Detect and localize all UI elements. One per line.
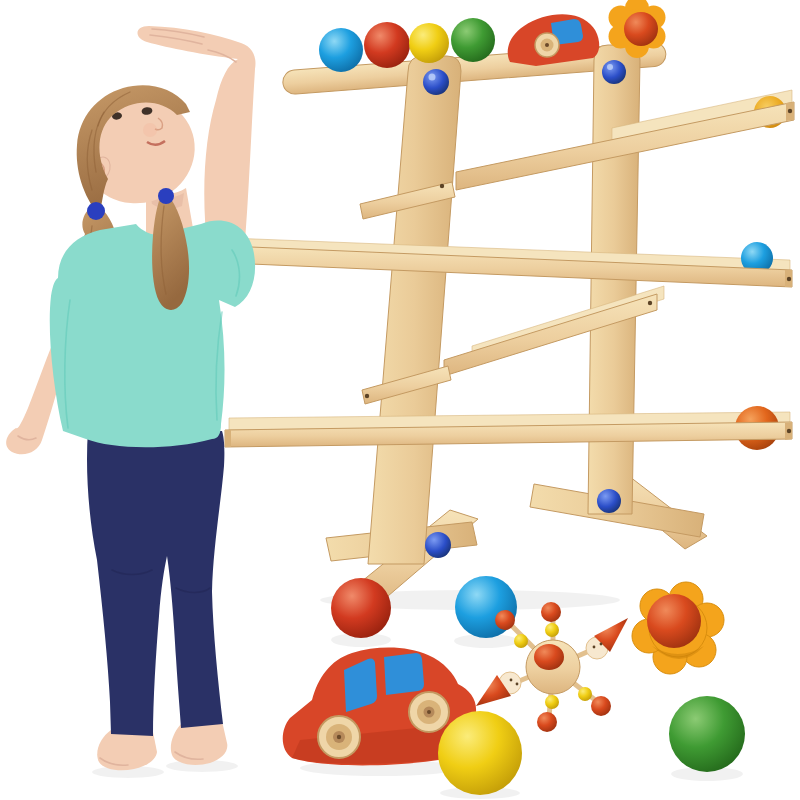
peg-highlight [429,74,436,81]
peg-top-front [423,69,449,95]
car-rear-wheel [409,692,449,732]
product-image [0,0,800,800]
floor-toys [283,576,745,799]
doll-eye [516,683,519,686]
doll-eye [593,646,596,649]
peg-doll-right [586,618,628,659]
screw-icon [648,301,652,305]
screw-icon [788,109,792,113]
screw-icon [365,394,369,398]
screw-icon [787,277,791,281]
cheek [143,123,157,137]
left-foot [97,730,157,770]
floor-green-ball [669,696,745,772]
spinner-bead [545,695,559,709]
top-yellow-ball [409,23,449,63]
leggings [87,430,224,736]
spinner-cone [534,644,564,670]
spinner-red-ball [541,602,561,622]
spinner-red-ball [537,712,557,732]
right-foot [171,721,228,765]
hair-tie [158,188,174,204]
floor-yellow-ball [438,711,522,795]
star-ball [647,594,701,648]
front-post [368,56,461,564]
top-red-car [508,14,600,66]
spinner-bead [545,623,559,637]
peg-top-rear [602,60,626,84]
top-blue-ball [319,28,363,72]
photo-svg [0,0,800,800]
peg-bottom-front [425,532,451,558]
screw-icon [787,429,791,433]
floor-red-ball [331,578,391,638]
spinner-bead [578,687,592,701]
floor-star [632,582,724,674]
top-red-ball [364,22,410,68]
peg-bottom-rear [597,489,621,513]
spinner-red-ball [591,696,611,716]
child [6,26,255,778]
peg-doll-left [476,672,521,706]
screw-icon [440,184,444,188]
top-green-ball [451,18,495,62]
peg-highlight [607,64,613,70]
track4-left-end-face [225,430,231,447]
ball-run-toy [225,0,794,610]
car-front-wheel [318,716,360,758]
spinner-bead [514,634,528,648]
top-star-ball [624,12,658,46]
track-front-rails [225,102,794,447]
spinner-toy [476,602,628,732]
hair-tie [87,202,105,220]
doll-eye [600,643,603,646]
wheel-axle [427,710,431,714]
top-car-axle [545,43,549,47]
wheel-axle [337,735,341,739]
car-side-window [384,653,424,695]
doll-eye [510,679,513,682]
spinner-red-ball [495,610,515,630]
